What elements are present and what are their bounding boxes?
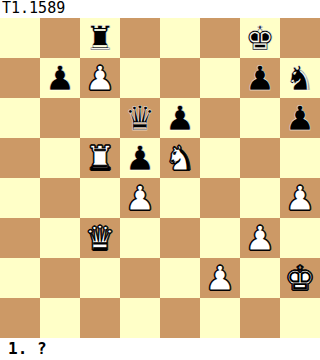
square-a7[interactable] [0,58,40,98]
square-c5[interactable]: ♜ [80,138,120,178]
square-e7[interactable] [160,58,200,98]
square-b4[interactable] [40,178,80,218]
square-h6[interactable]: ♟ [280,98,320,138]
piece-white-pawn-h4[interactable]: ♟ [285,178,315,218]
square-b3[interactable] [40,218,80,258]
square-g4[interactable] [240,178,280,218]
square-d7[interactable] [120,58,160,98]
square-e3[interactable] [160,218,200,258]
square-e6[interactable]: ♟ [160,98,200,138]
square-a3[interactable] [0,218,40,258]
square-c4[interactable] [80,178,120,218]
square-g8[interactable]: ♚ [240,18,280,58]
square-c1[interactable] [80,298,120,338]
square-h7[interactable]: ♞ [280,58,320,98]
square-f3[interactable] [200,218,240,258]
piece-white-pawn-f2[interactable]: ♟ [205,258,235,298]
square-c3[interactable]: ♛ [80,218,120,258]
square-f2[interactable]: ♟ [200,258,240,298]
piece-white-pawn-g3[interactable]: ♟ [245,218,275,258]
square-f5[interactable] [200,138,240,178]
square-c7[interactable]: ♟ [80,58,120,98]
piece-black-pawn-d5[interactable]: ♟ [125,138,155,178]
piece-white-pawn-d4[interactable]: ♟ [125,178,155,218]
piece-white-pawn-c7[interactable]: ♟ [85,58,115,98]
square-f7[interactable] [200,58,240,98]
square-b2[interactable] [40,258,80,298]
square-b7[interactable]: ♟ [40,58,80,98]
square-f6[interactable] [200,98,240,138]
piece-black-king-g8[interactable]: ♚ [245,18,275,58]
square-a2[interactable] [0,258,40,298]
square-g5[interactable] [240,138,280,178]
piece-white-queen-c3[interactable]: ♛ [85,218,115,258]
piece-white-knight-e5[interactable]: ♞ [165,138,195,178]
square-e8[interactable] [160,18,200,58]
piece-white-king-h2[interactable]: ♚ [285,258,315,298]
square-d6[interactable]: ♛ [120,98,160,138]
square-c2[interactable] [80,258,120,298]
square-b5[interactable] [40,138,80,178]
piece-black-knight-h7[interactable]: ♞ [285,58,315,98]
square-f1[interactable] [200,298,240,338]
square-d4[interactable]: ♟ [120,178,160,218]
square-d8[interactable] [120,18,160,58]
square-e5[interactable]: ♞ [160,138,200,178]
piece-black-queen-d6[interactable]: ♛ [125,98,155,138]
square-h4[interactable]: ♟ [280,178,320,218]
square-h1[interactable] [280,298,320,338]
square-c6[interactable] [80,98,120,138]
square-d2[interactable] [120,258,160,298]
square-h3[interactable] [280,218,320,258]
square-f4[interactable] [200,178,240,218]
square-e2[interactable] [160,258,200,298]
square-b1[interactable] [40,298,80,338]
square-f8[interactable] [200,18,240,58]
square-h8[interactable] [280,18,320,58]
chess-puzzle-page: T1.1589 ♜♚♟♟♟♞♛♟♟♜♟♞♟♟♛♟♟♚ 1. ? [0,0,320,360]
square-d3[interactable] [120,218,160,258]
chess-board[interactable]: ♜♚♟♟♟♞♛♟♟♜♟♞♟♟♛♟♟♚ [0,18,320,338]
square-a6[interactable] [0,98,40,138]
square-a1[interactable] [0,298,40,338]
square-g7[interactable]: ♟ [240,58,280,98]
square-d1[interactable] [120,298,160,338]
square-g3[interactable]: ♟ [240,218,280,258]
square-h5[interactable] [280,138,320,178]
piece-black-pawn-g7[interactable]: ♟ [245,58,275,98]
square-a4[interactable] [0,178,40,218]
square-d5[interactable]: ♟ [120,138,160,178]
square-c8[interactable]: ♜ [80,18,120,58]
square-g2[interactable] [240,258,280,298]
square-b8[interactable] [40,18,80,58]
piece-black-pawn-h6[interactable]: ♟ [285,98,315,138]
square-g6[interactable] [240,98,280,138]
piece-black-pawn-e6[interactable]: ♟ [165,98,195,138]
square-e4[interactable] [160,178,200,218]
square-b6[interactable] [40,98,80,138]
square-e1[interactable] [160,298,200,338]
square-a5[interactable] [0,138,40,178]
piece-white-rook-c5[interactable]: ♜ [85,138,115,178]
piece-black-pawn-b7[interactable]: ♟ [45,58,75,98]
piece-black-rook-c8[interactable]: ♜ [85,18,115,58]
square-a8[interactable] [0,18,40,58]
square-g1[interactable] [240,298,280,338]
move-prompt-label: 1. ? [0,338,320,360]
square-h2[interactable]: ♚ [280,258,320,298]
puzzle-id-label: T1.1589 [0,0,320,18]
